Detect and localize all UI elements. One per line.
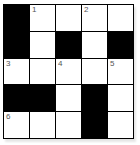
cell-r2c3 <box>56 32 81 58</box>
clue-number: 5 <box>110 60 114 68</box>
cell-r4c4 <box>82 85 107 111</box>
cell-r5c4 <box>82 112 107 138</box>
clue-number: 6 <box>6 113 10 121</box>
cell-r1c1 <box>4 5 29 31</box>
cell-r3c1[interactable]: 3 <box>4 59 29 85</box>
cell-r2c5 <box>108 32 133 58</box>
cell-r1c3[interactable] <box>56 5 81 31</box>
cell-r5c2[interactable] <box>30 112 55 138</box>
cell-r3c2[interactable] <box>30 59 55 85</box>
cell-r3c5[interactable]: 5 <box>108 59 133 85</box>
cell-r1c2[interactable]: 1 <box>30 5 55 31</box>
cell-r4c5[interactable] <box>108 85 133 111</box>
clue-number: 2 <box>84 6 88 14</box>
cell-r3c3[interactable]: 4 <box>56 59 81 85</box>
cell-r4c3[interactable] <box>56 85 81 111</box>
cell-r5c3[interactable] <box>56 112 81 138</box>
cell-r3c4[interactable] <box>82 59 107 85</box>
cell-r4c2 <box>30 85 55 111</box>
crossword-grid: 123456 <box>3 4 134 139</box>
cell-r1c4[interactable]: 2 <box>82 5 107 31</box>
cell-r2c4[interactable] <box>82 32 107 58</box>
cell-r5c1[interactable]: 6 <box>4 112 29 138</box>
cell-r4c1 <box>4 85 29 111</box>
cell-r5c5[interactable] <box>108 112 133 138</box>
cell-r1c5[interactable] <box>108 5 133 31</box>
clue-number: 3 <box>6 60 10 68</box>
cell-r2c1 <box>4 32 29 58</box>
clue-number: 4 <box>58 60 62 68</box>
clue-number: 1 <box>32 6 36 14</box>
cell-r2c2[interactable] <box>30 32 55 58</box>
